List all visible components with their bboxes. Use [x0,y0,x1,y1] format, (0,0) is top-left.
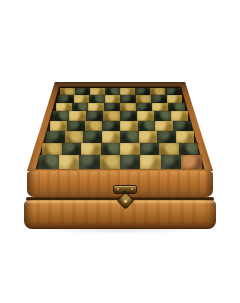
board-square [120,88,135,95]
board-square [39,155,59,169]
board-square [120,95,136,103]
box-lid-top [27,82,213,171]
board-square [161,155,181,169]
board-row [42,143,198,156]
board-square [69,111,86,121]
board-square [120,111,137,121]
board-square [56,103,72,112]
board-square [67,121,85,132]
board-square [176,131,195,143]
board-square [120,155,140,169]
board-square [138,121,156,132]
board-square [155,121,173,132]
board-row [60,88,180,95]
board-row [53,111,188,121]
board-square [120,103,136,112]
board-square [85,121,103,132]
board-square [90,88,105,95]
board-row [56,103,185,112]
board-square [159,143,179,156]
board-square [62,143,82,156]
board-square [50,121,68,132]
board-square [88,103,104,112]
board-square [152,103,168,112]
board-square [86,111,103,121]
board-square [83,131,102,143]
board [27,88,213,169]
board-square [120,143,140,156]
product-photo [0,0,240,303]
board-square [136,95,152,103]
board-row [46,131,194,143]
board-square [46,131,65,143]
board-square [81,143,101,156]
board-square [173,121,191,132]
board-square [42,143,62,156]
board-square [151,95,167,103]
board-square [58,95,74,103]
board-square [137,111,154,121]
board-square [100,155,120,169]
board-square [105,95,121,103]
board-square [167,95,183,103]
board-square [120,131,139,143]
board-square [168,103,184,112]
board-square [72,103,88,112]
board-square [179,143,199,156]
clasp-latch [117,192,133,209]
board-square [157,131,176,143]
board-row [39,155,202,169]
board-square [135,88,150,95]
board-square [65,131,84,143]
board-square [136,103,152,112]
ground-shadow [32,226,208,233]
board-square [103,111,120,121]
board-square [120,121,138,132]
board-square [75,88,90,95]
board-square [59,155,79,169]
board-square [181,155,201,169]
board-square [154,111,171,121]
board-square [139,131,158,143]
board-row [50,121,191,132]
clasp-pendant [117,192,133,208]
board-square [53,111,70,121]
board-square [105,88,120,95]
board-square [102,121,120,132]
board-square [140,143,160,156]
board-square [104,103,120,112]
board-square [102,131,121,143]
board-square [89,95,105,103]
board-row [58,95,182,103]
board-square [74,95,90,103]
board-square [79,155,99,169]
board-square [165,88,180,95]
board-square [171,111,188,121]
board-square [150,88,165,95]
board-square [60,88,75,95]
board-square [140,155,160,169]
board-square [101,143,121,156]
